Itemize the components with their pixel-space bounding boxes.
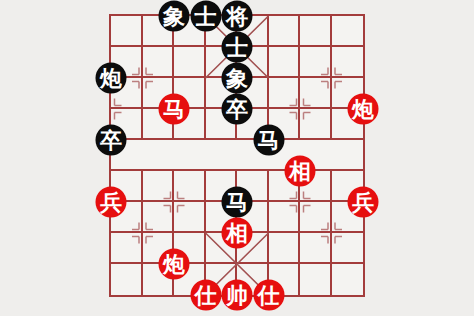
piece-black-soldier-2[interactable]: 卒 xyxy=(96,125,127,156)
piece-red-soldier-2[interactable]: 兵 xyxy=(348,187,379,218)
piece-black-cannon[interactable]: 炮 xyxy=(96,63,127,94)
piece-black-soldier-1[interactable]: 卒 xyxy=(222,94,253,125)
piece-red-soldier-1[interactable]: 兵 xyxy=(96,187,127,218)
piece-red-elephant-1[interactable]: 相 xyxy=(285,156,316,187)
xiangqi-board[interactable]: 象士将士炮象马卒炮卒马相兵马兵相炮仕帅仕 xyxy=(109,14,365,297)
piece-black-elephant-2[interactable]: 象 xyxy=(222,63,253,94)
piece-red-general[interactable]: 帅 xyxy=(222,280,253,311)
piece-red-advisor-1[interactable]: 仕 xyxy=(190,280,221,311)
piece-red-cannon-1[interactable]: 炮 xyxy=(348,94,379,125)
piece-black-elephant-1[interactable]: 象 xyxy=(159,1,190,32)
piece-black-advisor-2[interactable]: 士 xyxy=(222,32,253,63)
pieces-layer: 象士将士炮象马卒炮卒马相兵马兵相炮仕帅仕 xyxy=(111,16,363,295)
piece-red-advisor-2[interactable]: 仕 xyxy=(253,280,284,311)
piece-black-general[interactable]: 将 xyxy=(222,1,253,32)
piece-red-cannon-2[interactable]: 炮 xyxy=(159,249,190,280)
piece-red-elephant-2[interactable]: 相 xyxy=(222,218,253,249)
piece-red-horse[interactable]: 马 xyxy=(159,94,190,125)
piece-black-horse-1[interactable]: 马 xyxy=(253,125,284,156)
piece-black-advisor-1[interactable]: 士 xyxy=(190,1,221,32)
piece-black-horse-2[interactable]: 马 xyxy=(222,187,253,218)
page-background: 象士将士炮象马卒炮卒马相兵马兵相炮仕帅仕 xyxy=(0,0,474,316)
